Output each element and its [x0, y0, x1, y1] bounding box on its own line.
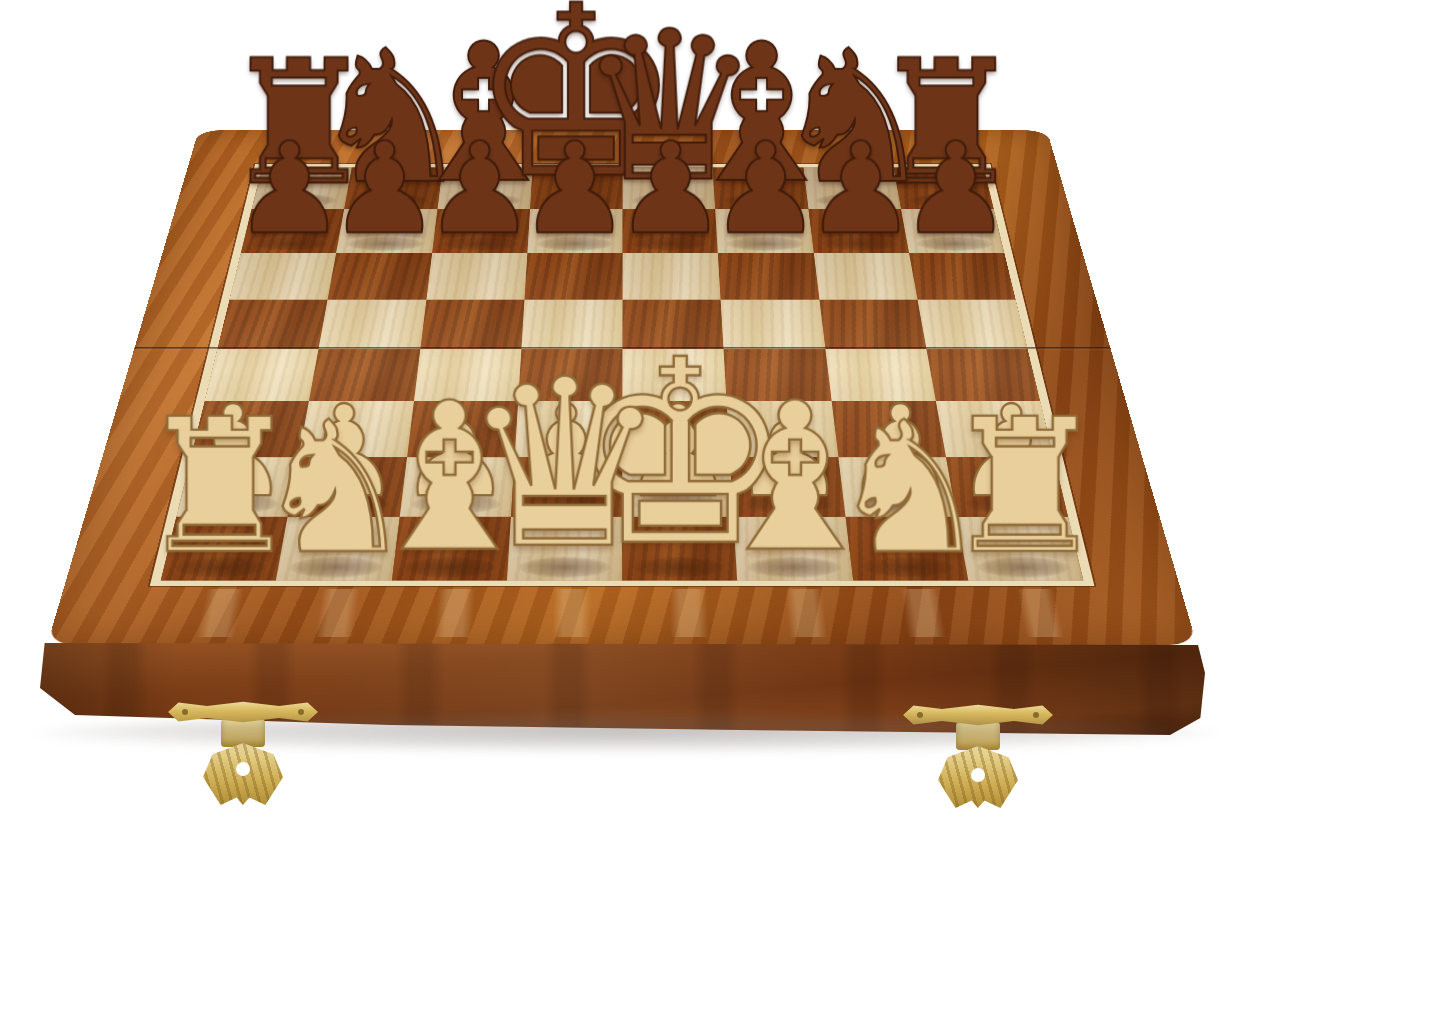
- square-h1[interactable]: ♜: [957, 517, 1084, 581]
- screw-icon: [298, 709, 304, 715]
- brass-latch-left[interactable]: [168, 697, 318, 805]
- square-d6[interactable]: [524, 253, 622, 299]
- square-f6[interactable]: [718, 253, 819, 299]
- square-d7[interactable]: ♟: [527, 209, 622, 253]
- screw-icon: [1033, 712, 1039, 718]
- square-e7[interactable]: ♟: [623, 209, 718, 253]
- piece-white-bishop[interactable]: ♝: [358, 381, 541, 575]
- square-h6[interactable]: [909, 253, 1016, 299]
- square-g5[interactable]: [819, 299, 926, 348]
- square-h7[interactable]: ♟: [901, 209, 1004, 253]
- square-e6[interactable]: [623, 253, 721, 299]
- square-c1[interactable]: ♝: [391, 517, 510, 581]
- latch-hole: [971, 768, 985, 782]
- board-grid: ♜♞♝♚♛♝♞♜♟♟♟♟♟♟♟♟♟♟♟♟♟♟♟♟♜♞♝♛♚♝♞♜: [161, 168, 1084, 581]
- square-b5[interactable]: [319, 299, 426, 348]
- board-scene: ♜♞♝♚♛♝♞♜♟♟♟♟♟♟♟♟♟♟♟♟♟♟♟♟♜♞♝♛♚♝♞♜: [0, 0, 1453, 1013]
- square-b6[interactable]: [328, 253, 432, 299]
- square-h5[interactable]: [917, 299, 1027, 348]
- square-f1[interactable]: ♝: [734, 517, 853, 581]
- piece-white-rook[interactable]: ♜: [942, 399, 1108, 575]
- piece-black-pawn[interactable]: ♟: [899, 129, 1012, 249]
- square-a6[interactable]: [230, 253, 337, 299]
- screw-icon: [917, 712, 923, 718]
- square-g6[interactable]: [813, 253, 917, 299]
- latch-hole: [236, 762, 250, 776]
- chess-set-photo: ♜♞♝♚♛♝♞♜♟♟♟♟♟♟♟♟♟♟♟♟♟♟♟♟♜♞♝♛♚♝♞♜: [0, 0, 1453, 1013]
- square-a5[interactable]: [217, 299, 327, 348]
- box-top-surface: ♜♞♝♚♛♝♞♜♟♟♟♟♟♟♟♟♟♟♟♟♟♟♟♟♜♞♝♛♚♝♞♜: [47, 130, 1197, 645]
- chess-board: ♜♞♝♚♛♝♞♜♟♟♟♟♟♟♟♟♟♟♟♟♟♟♟♟♜♞♝♛♚♝♞♜: [150, 164, 1095, 586]
- square-f7[interactable]: ♟: [715, 209, 813, 253]
- screw-icon: [182, 709, 188, 715]
- piece-white-rook[interactable]: ♜: [136, 399, 302, 575]
- brass-latch-right[interactable]: [903, 700, 1053, 808]
- square-c6[interactable]: [426, 253, 527, 299]
- ground-shadow: [35, 716, 1215, 752]
- square-g7[interactable]: ♟: [808, 209, 909, 253]
- square-a1[interactable]: ♜: [161, 517, 288, 581]
- piece-white-bishop[interactable]: ♝: [703, 381, 886, 575]
- square-c7[interactable]: ♟: [432, 209, 530, 253]
- piece-reflections: [145, 589, 1100, 637]
